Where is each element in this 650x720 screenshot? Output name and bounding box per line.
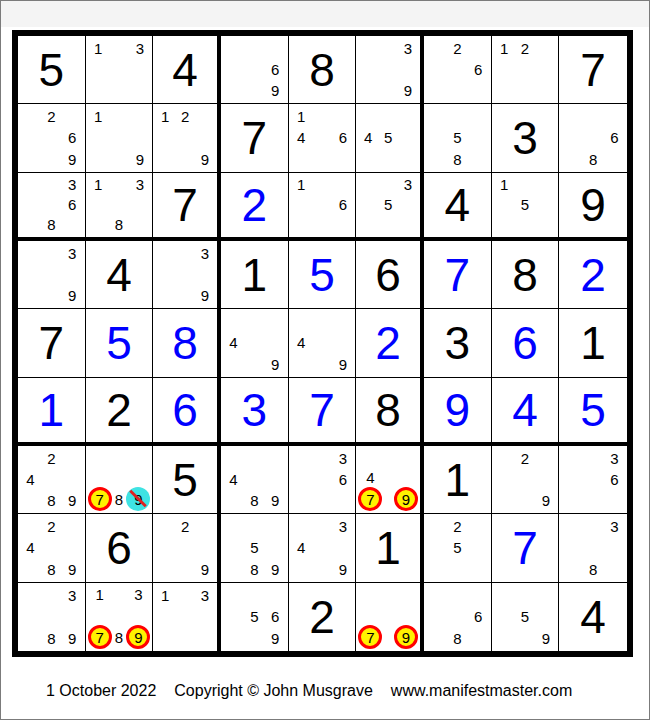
given-digit: 2 xyxy=(289,583,356,651)
cell-r1c6[interactable]: 39 xyxy=(356,36,424,104)
cell-r4c3[interactable]: 39 xyxy=(153,241,221,309)
candidate-5: 5 xyxy=(384,197,392,212)
candidate-8: 8 xyxy=(115,630,123,645)
cell-r8c8[interactable]: 7 xyxy=(492,514,560,582)
candidate-8: 8 xyxy=(250,493,258,508)
candidate-grid: 35 xyxy=(356,173,420,237)
candidate-4: 4 xyxy=(364,130,372,145)
candidate-2: 2 xyxy=(47,519,55,534)
given-digit: 1 xyxy=(424,446,491,513)
cell-r4c7[interactable]: 7 xyxy=(424,241,492,309)
solved-digit: 1 xyxy=(18,378,85,442)
candidate-4: 4 xyxy=(26,540,34,555)
cell-r8c3[interactable]: 29 xyxy=(153,514,221,582)
cell-r4c5[interactable]: 5 xyxy=(289,241,357,309)
candidate-1: 1 xyxy=(161,588,169,603)
cell-r6c1[interactable]: 1 xyxy=(18,378,86,446)
cell-r4c9[interactable]: 2 xyxy=(559,241,627,309)
given-digit: 8 xyxy=(356,378,420,442)
sudoku-page: 5134698392612726919129714645583683681387… xyxy=(0,0,650,720)
candidate-8: 8 xyxy=(47,217,55,232)
candidate-9: 9 xyxy=(68,288,76,303)
cell-r2c5[interactable]: 146 xyxy=(289,104,357,172)
cell-r2c2[interactable]: 19 xyxy=(86,104,154,172)
cell-r1c8[interactable]: 12 xyxy=(492,36,560,104)
candidate-grid: 49 xyxy=(289,309,356,376)
candidate-3: 3 xyxy=(201,588,209,603)
solved-digit: 7 xyxy=(492,514,559,581)
candidate-9-highlighted: 9 xyxy=(394,487,418,511)
candidate-grid: 2489 xyxy=(18,446,85,513)
candidate-grid: 69 xyxy=(221,36,288,103)
cell-r1c3[interactable]: 4 xyxy=(153,36,221,104)
top-strip xyxy=(1,1,649,27)
given-digit: 7 xyxy=(153,173,217,237)
candidate-grid: 146 xyxy=(289,104,356,171)
given-digit: 7 xyxy=(221,104,288,171)
candidate-3: 3 xyxy=(610,519,618,534)
cell-r8c4[interactable]: 589 xyxy=(221,514,289,582)
candidate-7-highlighted: 7 xyxy=(88,487,112,511)
candidate-9: 9 xyxy=(271,562,279,577)
candidate-1: 1 xyxy=(95,587,103,602)
cell-r5c1[interactable]: 7 xyxy=(18,309,86,377)
candidate-6: 6 xyxy=(68,197,76,212)
cell-r5c8[interactable]: 6 xyxy=(492,309,560,377)
candidate-6: 6 xyxy=(271,609,279,624)
candidate-6: 6 xyxy=(339,130,347,145)
candidate-4: 4 xyxy=(229,472,237,487)
candidate-9: 9 xyxy=(339,562,347,577)
candidate-3: 3 xyxy=(136,41,144,56)
candidate-3: 3 xyxy=(134,587,142,602)
candidate-grid: 12 xyxy=(492,36,559,103)
candidate-3: 3 xyxy=(404,177,412,192)
candidate-8: 8 xyxy=(250,562,258,577)
cell-r7c4[interactable]: 489 xyxy=(221,446,289,514)
candidate-grid: 79 xyxy=(356,583,420,651)
candidate-2: 2 xyxy=(47,109,55,124)
given-digit: 8 xyxy=(492,241,559,308)
solved-digit: 2 xyxy=(356,309,420,376)
candidate-9: 9 xyxy=(136,152,144,167)
cell-r3c4[interactable]: 2 xyxy=(221,173,289,241)
cell-r1c7[interactable]: 26 xyxy=(424,36,492,104)
candidate-1: 1 xyxy=(94,177,102,192)
cell-r3c7[interactable]: 4 xyxy=(424,173,492,241)
cell-r8c2[interactable]: 6 xyxy=(86,514,154,582)
candidate-1: 1 xyxy=(500,41,508,56)
cell-r3c8[interactable]: 15 xyxy=(492,173,560,241)
candidate-grid: 38 xyxy=(559,514,627,581)
candidate-grid: 2489 xyxy=(18,514,85,581)
candidate-9: 9 xyxy=(68,493,76,508)
given-digit: 4 xyxy=(559,583,627,651)
cell-r9c8[interactable]: 59 xyxy=(492,583,560,651)
cell-r1c5[interactable]: 8 xyxy=(289,36,357,104)
cell-r2c8[interactable]: 3 xyxy=(492,104,560,172)
solved-digit: 7 xyxy=(289,378,356,442)
candidate-5: 5 xyxy=(250,540,258,555)
candidate-8: 8 xyxy=(453,631,461,646)
candidate-6: 6 xyxy=(474,62,482,77)
candidate-9: 9 xyxy=(201,288,209,303)
candidate-grid: 16 xyxy=(289,173,356,237)
candidate-7-highlighted: 7 xyxy=(358,625,382,649)
cell-r5c9[interactable]: 1 xyxy=(559,309,627,377)
candidate-8: 8 xyxy=(453,152,461,167)
candidate-grid: 569 xyxy=(221,583,288,651)
given-digit: 7 xyxy=(18,309,85,376)
candidate-8: 8 xyxy=(589,152,597,167)
candidate-3: 3 xyxy=(610,451,618,466)
candidate-9-highlighted: 9 xyxy=(394,625,418,649)
candidate-3: 3 xyxy=(68,246,76,261)
footer-date: 1 October 2022 xyxy=(46,682,156,700)
cell-r6c8[interactable]: 4 xyxy=(492,378,560,446)
cell-r5c3[interactable]: 8 xyxy=(153,309,221,377)
solved-digit: 6 xyxy=(492,309,559,376)
candidate-4: 4 xyxy=(297,540,305,555)
given-digit: 5 xyxy=(18,36,85,103)
cell-r1c4[interactable]: 69 xyxy=(221,36,289,104)
cell-r2c4[interactable]: 7 xyxy=(221,104,289,172)
cell-r6c2[interactable]: 2 xyxy=(86,378,154,446)
solved-digit: 3 xyxy=(221,378,288,442)
candidate-4: 4 xyxy=(297,130,305,145)
candidate-5: 5 xyxy=(521,197,529,212)
solved-digit: 5 xyxy=(289,241,356,308)
candidate-8: 8 xyxy=(47,493,55,508)
cell-r4c4[interactable]: 1 xyxy=(221,241,289,309)
cell-r5c2[interactable]: 5 xyxy=(86,309,154,377)
cell-r6c4[interactable]: 3 xyxy=(221,378,289,446)
candidate-8: 8 xyxy=(589,562,597,577)
candidate-4: 4 xyxy=(297,335,305,350)
cell-r9c6[interactable]: 79 xyxy=(356,583,424,651)
candidate-grid: 45 xyxy=(356,104,420,171)
candidate-grid: 36 xyxy=(559,446,627,513)
cell-r2c9[interactable]: 68 xyxy=(559,104,627,172)
footer-copyright: Copyright © John Musgrave xyxy=(174,682,373,700)
given-digit: 1 xyxy=(221,241,288,308)
cell-r5c7[interactable]: 3 xyxy=(424,309,492,377)
candidate-6: 6 xyxy=(271,62,279,77)
cell-r3c3[interactable]: 7 xyxy=(153,173,221,241)
candidate-2: 2 xyxy=(181,519,189,534)
candidate-1: 1 xyxy=(94,41,102,56)
cell-r3c2[interactable]: 138 xyxy=(86,173,154,241)
candidate-5: 5 xyxy=(453,540,461,555)
candidate-grid: 129 xyxy=(153,104,217,171)
solved-digit: 5 xyxy=(86,309,153,376)
candidate-grid: 59 xyxy=(492,583,559,651)
given-digit: 4 xyxy=(86,241,153,308)
cell-r4c1[interactable]: 39 xyxy=(18,241,86,309)
solved-digit: 6 xyxy=(153,378,217,442)
candidate-grid: 25 xyxy=(424,514,491,581)
candidate-9: 9 xyxy=(542,631,550,646)
cell-r7c6[interactable]: 479 xyxy=(356,446,424,514)
cell-r9c2[interactable]: 13789 xyxy=(86,583,154,651)
solved-digit: 8 xyxy=(153,309,217,376)
cell-r3c9[interactable]: 9 xyxy=(559,173,627,241)
cell-r8c6[interactable]: 1 xyxy=(356,514,424,582)
cell-r9c5[interactable]: 2 xyxy=(289,583,357,651)
candidate-2: 2 xyxy=(181,109,189,124)
candidate-6: 6 xyxy=(474,609,482,624)
candidate-8: 8 xyxy=(115,492,123,507)
given-digit: 4 xyxy=(424,173,491,237)
cell-r9c7[interactable]: 68 xyxy=(424,583,492,651)
candidate-7-highlighted: 7 xyxy=(88,625,112,649)
cell-r1c1[interactable]: 5 xyxy=(18,36,86,104)
cell-r6c9[interactable]: 5 xyxy=(559,378,627,446)
candidate-grid: 138 xyxy=(86,173,153,237)
cell-r7c9[interactable]: 36 xyxy=(559,446,627,514)
given-digit: 1 xyxy=(559,309,627,376)
cell-r5c4[interactable]: 49 xyxy=(221,309,289,377)
candidate-6: 6 xyxy=(68,130,76,145)
candidate-1: 1 xyxy=(94,109,102,124)
candidate-grid: 13 xyxy=(86,36,153,103)
cell-r6c5[interactable]: 7 xyxy=(289,378,357,446)
solved-digit: 7 xyxy=(424,241,491,308)
given-digit: 6 xyxy=(356,241,420,308)
candidate-9: 9 xyxy=(271,493,279,508)
cell-r5c6[interactable]: 2 xyxy=(356,309,424,377)
cell-r2c6[interactable]: 45 xyxy=(356,104,424,172)
candidate-2: 2 xyxy=(453,519,461,534)
candidate-5: 5 xyxy=(250,609,258,624)
cell-r2c7[interactable]: 58 xyxy=(424,104,492,172)
candidate-9: 9 xyxy=(201,152,209,167)
cell-r6c3[interactable]: 6 xyxy=(153,378,221,446)
candidate-grid: 49 xyxy=(221,309,288,376)
candidate-1: 1 xyxy=(297,177,305,192)
candidate-2: 2 xyxy=(521,41,529,56)
candidate-1: 1 xyxy=(297,109,305,124)
cell-r3c1[interactable]: 368 xyxy=(18,173,86,241)
candidate-grid: 368 xyxy=(18,173,85,237)
candidate-2: 2 xyxy=(521,451,529,466)
candidate-grid: 349 xyxy=(289,514,356,581)
candidate-grid: 68 xyxy=(559,104,627,171)
candidate-grid: 269 xyxy=(18,104,85,171)
cell-r9c4[interactable]: 569 xyxy=(221,583,289,651)
cell-r9c9[interactable]: 4 xyxy=(559,583,627,651)
cell-r7c8[interactable]: 29 xyxy=(492,446,560,514)
candidate-9: 9 xyxy=(68,152,76,167)
candidate-9: 9 xyxy=(339,357,347,372)
candidate-4: 4 xyxy=(26,472,34,487)
candidate-grid: 479 xyxy=(356,446,420,513)
candidate-9: 9 xyxy=(271,631,279,646)
candidate-grid: 489 xyxy=(221,446,288,513)
candidate-grid: 13789 xyxy=(86,583,153,651)
cell-r7c2[interactable]: 789 xyxy=(86,446,154,514)
given-digit: 7 xyxy=(559,36,627,103)
given-digit: 6 xyxy=(86,514,153,581)
cell-r3c5[interactable]: 16 xyxy=(289,173,357,241)
candidate-2: 2 xyxy=(47,451,55,466)
cell-r4c6[interactable]: 6 xyxy=(356,241,424,309)
sudoku-board: 5134698392612726919129714645583683681387… xyxy=(12,30,633,657)
solved-digit: 5 xyxy=(559,378,627,442)
footer-website: www.manifestmaster.com xyxy=(391,682,572,700)
cell-r4c2[interactable]: 4 xyxy=(86,241,154,309)
solved-digit: 2 xyxy=(559,241,627,308)
candidate-9-highlighted: 9 xyxy=(126,625,150,649)
given-digit: 9 xyxy=(559,173,627,237)
candidate-grid: 589 xyxy=(221,514,288,581)
cell-r7c1[interactable]: 2489 xyxy=(18,446,86,514)
candidate-3: 3 xyxy=(404,41,412,56)
cell-r8c9[interactable]: 38 xyxy=(559,514,627,582)
cell-r7c7[interactable]: 1 xyxy=(424,446,492,514)
candidate-3: 3 xyxy=(339,519,347,534)
cell-r5c5[interactable]: 49 xyxy=(289,309,357,377)
cell-r1c2[interactable]: 13 xyxy=(86,36,154,104)
cell-r9c3[interactable]: 13 xyxy=(153,583,221,651)
candidate-9-eliminated: 9 xyxy=(126,487,150,511)
cell-r6c6[interactable]: 8 xyxy=(356,378,424,446)
candidate-grid: 13 xyxy=(153,583,217,651)
candidate-3: 3 xyxy=(136,177,144,192)
candidate-8: 8 xyxy=(115,217,123,232)
given-digit: 2 xyxy=(86,378,153,442)
candidate-4: 4 xyxy=(229,335,237,350)
candidate-grid: 789 xyxy=(86,446,153,513)
candidate-6: 6 xyxy=(610,472,618,487)
candidate-grid: 15 xyxy=(492,173,559,237)
candidate-grid: 39 xyxy=(18,241,85,308)
candidate-grid: 39 xyxy=(356,36,420,103)
candidate-9: 9 xyxy=(68,562,76,577)
candidate-6: 6 xyxy=(610,130,618,145)
cell-r7c5[interactable]: 36 xyxy=(289,446,357,514)
given-digit: 8 xyxy=(289,36,356,103)
candidate-8: 8 xyxy=(47,562,55,577)
candidate-grid: 58 xyxy=(424,104,491,171)
given-digit: 3 xyxy=(424,309,491,376)
cell-r4c8[interactable]: 8 xyxy=(492,241,560,309)
candidate-4: 4 xyxy=(366,470,374,485)
candidate-grid: 29 xyxy=(492,446,559,513)
cell-r8c7[interactable]: 25 xyxy=(424,514,492,582)
candidate-1: 1 xyxy=(161,109,169,124)
candidate-grid: 36 xyxy=(289,446,356,513)
candidate-9: 9 xyxy=(271,357,279,372)
cell-r7c3[interactable]: 5 xyxy=(153,446,221,514)
candidate-grid: 26 xyxy=(424,36,491,103)
given-digit: 4 xyxy=(153,36,217,103)
cell-r9c1[interactable]: 389 xyxy=(18,583,86,651)
candidate-9: 9 xyxy=(271,83,279,98)
given-digit: 1 xyxy=(356,514,420,581)
cell-r6c7[interactable]: 9 xyxy=(424,378,492,446)
cell-r1c9[interactable]: 7 xyxy=(559,36,627,104)
candidate-9: 9 xyxy=(68,631,76,646)
solved-digit: 4 xyxy=(492,378,559,442)
given-digit: 5 xyxy=(153,446,217,513)
cell-r8c5[interactable]: 349 xyxy=(289,514,357,582)
solved-digit: 9 xyxy=(424,378,491,442)
candidate-5: 5 xyxy=(521,609,529,624)
candidate-1: 1 xyxy=(500,177,508,192)
candidate-grid: 68 xyxy=(424,583,491,651)
candidate-3: 3 xyxy=(68,177,76,192)
candidate-grid: 29 xyxy=(153,514,217,581)
cell-r8c1[interactable]: 2489 xyxy=(18,514,86,582)
cell-r2c1[interactable]: 269 xyxy=(18,104,86,172)
candidate-5: 5 xyxy=(384,130,392,145)
candidate-grid: 19 xyxy=(86,104,153,171)
candidate-8: 8 xyxy=(47,631,55,646)
candidate-grid: 389 xyxy=(18,583,85,651)
candidate-3: 3 xyxy=(68,588,76,603)
footer: 1 October 2022 Copyright © John Musgrave… xyxy=(46,682,572,700)
candidate-grid: 39 xyxy=(153,241,217,308)
solved-digit: 2 xyxy=(221,173,288,237)
candidate-3: 3 xyxy=(339,451,347,466)
candidate-6: 6 xyxy=(339,472,347,487)
cell-r2c3[interactable]: 129 xyxy=(153,104,221,172)
candidate-9: 9 xyxy=(404,83,412,98)
candidate-2: 2 xyxy=(453,41,461,56)
candidate-6: 6 xyxy=(339,197,347,212)
candidate-9: 9 xyxy=(542,493,550,508)
candidate-5: 5 xyxy=(453,130,461,145)
given-digit: 3 xyxy=(492,104,559,171)
candidate-3: 3 xyxy=(201,246,209,261)
cell-r3c6[interactable]: 35 xyxy=(356,173,424,241)
candidate-9: 9 xyxy=(201,562,209,577)
candidate-7-highlighted: 7 xyxy=(358,487,382,511)
